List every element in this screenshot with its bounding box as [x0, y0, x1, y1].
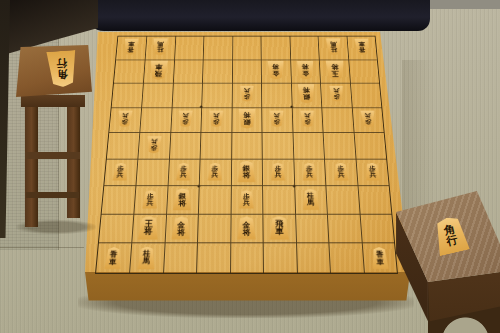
floor-cushion	[86, 0, 430, 31]
piece-gote-歩兵-23[interactable]: 歩兵	[328, 86, 344, 102]
board-grid: 香車桂馬桂馬香車飛車金将金将玉将歩兵銀将歩兵歩兵歩兵歩兵銀将歩兵歩兵歩兵歩兵歩兵…	[95, 36, 398, 274]
piece-gote-金将-32[interactable]: 金将	[296, 61, 315, 80]
komadai-left-stretcher	[26, 192, 79, 198]
piece-sente-歩兵-87[interactable]: 歩兵	[141, 190, 158, 209]
hand-piece-sente-角行[interactable]: 角行	[430, 214, 471, 257]
piece-gote-歩兵-94[interactable]: 歩兵	[116, 111, 133, 128]
piece-sente-金将-78[interactable]: 金将	[170, 217, 191, 240]
piece-gote-歩兵-53[interactable]: 歩兵	[239, 86, 254, 102]
pieces-layer: 香車桂馬桂馬香車飛車金将金将玉将歩兵銀将歩兵歩兵歩兵歩兵銀将歩兵歩兵歩兵歩兵歩兵…	[95, 36, 398, 274]
piece-gote-飛車-82[interactable]: 飛車	[148, 60, 168, 79]
piece-gote-歩兵-14[interactable]: 歩兵	[360, 111, 377, 128]
piece-sente-歩兵-96[interactable]: 歩兵	[112, 163, 129, 181]
piece-sente-金将-58[interactable]: 金将	[236, 217, 257, 240]
piece-sente-歩兵-26[interactable]: 歩兵	[333, 163, 350, 181]
piece-gote-香車-11[interactable]: 香車	[354, 38, 371, 55]
wall-edge	[425, 0, 500, 9]
piece-sente-香車-19[interactable]: 香車	[370, 247, 390, 269]
komadai-left-apron	[21, 95, 85, 107]
komadai-left-stretcher	[25, 152, 80, 159]
piece-gote-歩兵-64[interactable]: 歩兵	[208, 111, 224, 128]
piece-sente-銀将-77[interactable]: 銀将	[172, 188, 193, 210]
piece-sente-歩兵-16[interactable]: 歩兵	[364, 163, 381, 181]
piece-sente-歩兵-66[interactable]: 歩兵	[207, 163, 223, 181]
piece-sente-桂馬-89[interactable]: 桂馬	[136, 246, 156, 269]
piece-gote-桂馬-21[interactable]: 桂馬	[325, 38, 342, 55]
piece-sente-飛車-48[interactable]: 飛車	[268, 216, 290, 240]
hand-piece-gote-角行[interactable]: 角行	[45, 50, 79, 88]
gote-hand-slot: 角行	[43, 48, 80, 88]
komadai-left-leg	[67, 104, 80, 218]
piece-sente-桂馬-37[interactable]: 桂馬	[301, 189, 320, 210]
piece-sente-歩兵-36[interactable]: 歩兵	[301, 163, 318, 181]
piece-sente-香車-99[interactable]: 香車	[103, 247, 123, 269]
piece-gote-香車-91[interactable]: 香車	[122, 38, 139, 55]
piece-gote-金将-42[interactable]: 金将	[267, 61, 286, 80]
piece-gote-銀将-54[interactable]: 銀将	[237, 109, 256, 129]
piece-gote-歩兵-34[interactable]: 歩兵	[299, 111, 315, 128]
piece-sente-銀将-56[interactable]: 銀将	[237, 161, 257, 182]
piece-gote-歩兵-44[interactable]: 歩兵	[269, 111, 285, 128]
piece-sente-歩兵-76[interactable]: 歩兵	[175, 163, 192, 181]
komadai-right: 角行	[390, 186, 500, 333]
piece-sente-歩兵-46[interactable]: 歩兵	[270, 163, 286, 181]
tatami-seam	[0, 247, 84, 248]
komadai-left: 角行	[14, 44, 94, 236]
piece-gote-銀将-33[interactable]: 銀将	[297, 84, 316, 103]
komadai-left-leg	[25, 105, 38, 227]
piece-sente-歩兵-57[interactable]: 歩兵	[238, 190, 254, 209]
piece-gote-歩兵-74[interactable]: 歩兵	[178, 111, 194, 128]
piece-sente-王将-88[interactable]: 王将	[136, 216, 160, 240]
photo-scene: 香車桂馬桂馬香車飛車金将金将玉将歩兵銀将歩兵歩兵歩兵歩兵銀将歩兵歩兵歩兵歩兵歩兵…	[0, 0, 500, 333]
piece-gote-桂馬-81[interactable]: 桂馬	[151, 38, 168, 55]
shogi-board: 香車桂馬桂馬香車飛車金将金将玉将歩兵銀将歩兵歩兵歩兵歩兵銀将歩兵歩兵歩兵歩兵歩兵…	[82, 29, 412, 321]
piece-gote-玉将-22[interactable]: 玉将	[324, 60, 345, 79]
piece-gote-歩兵-85[interactable]: 歩兵	[145, 136, 162, 153]
